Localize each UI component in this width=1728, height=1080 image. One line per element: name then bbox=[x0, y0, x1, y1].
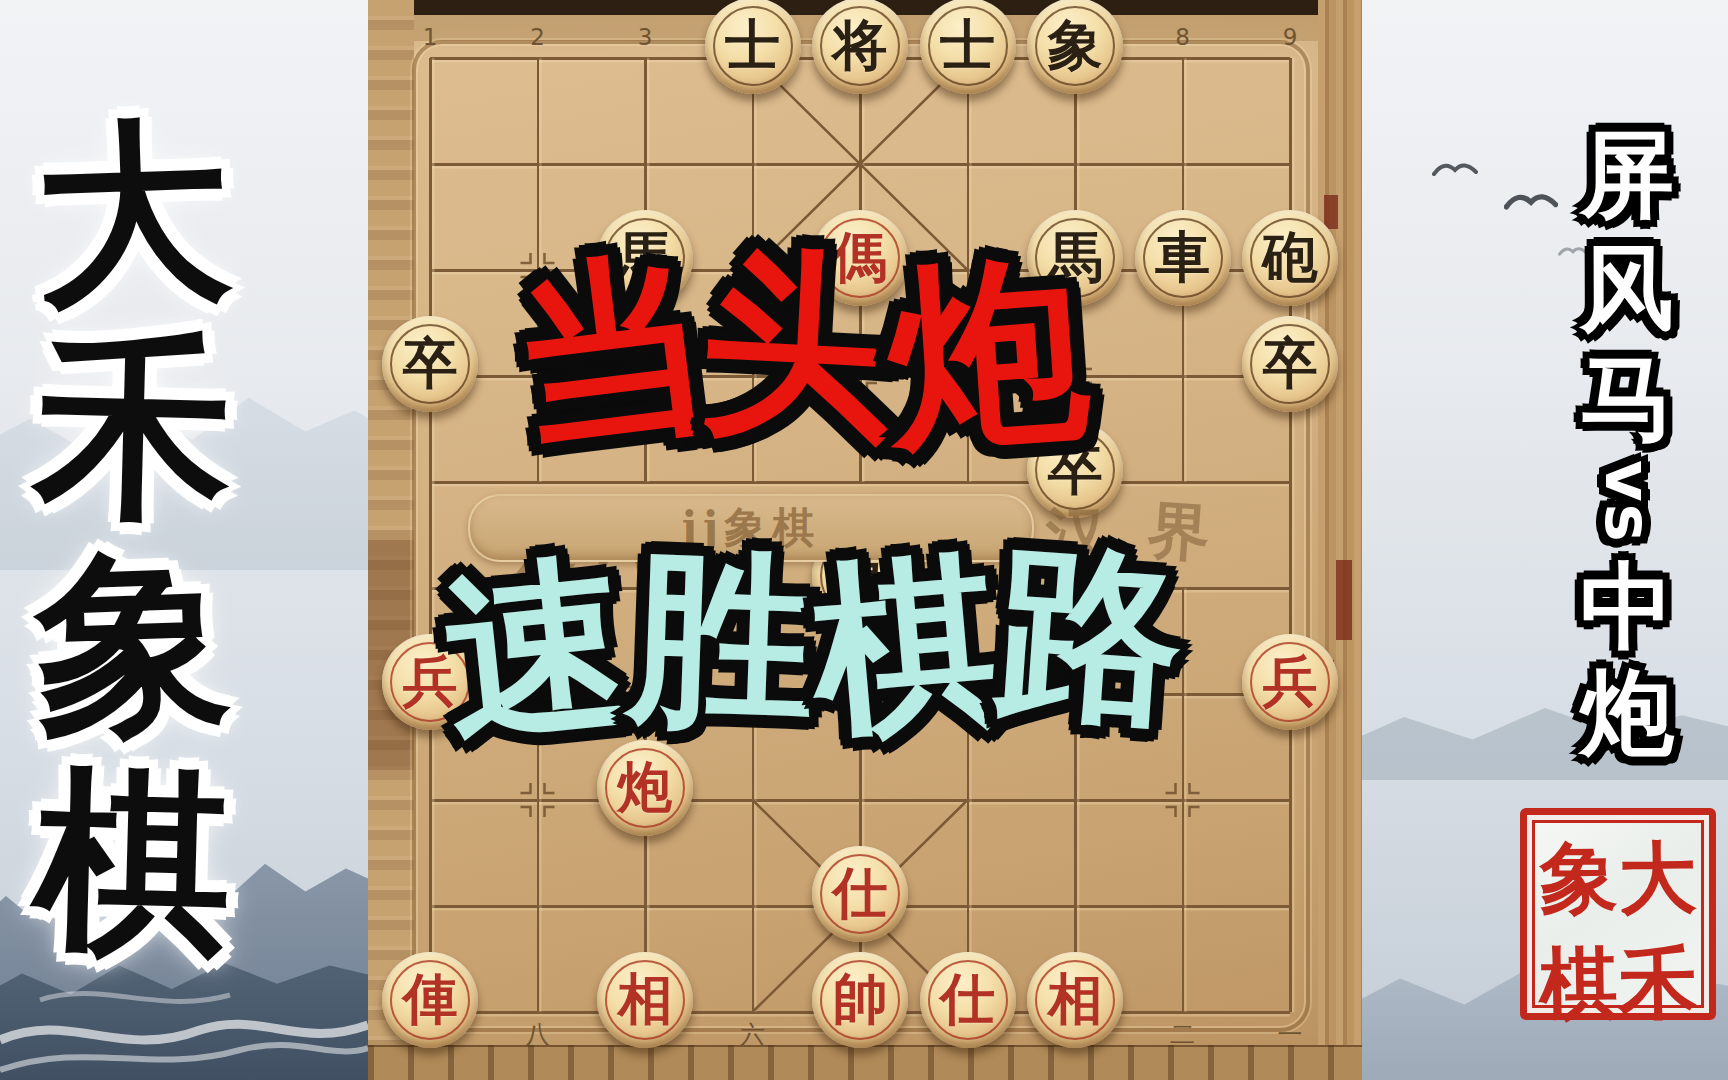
calligraphy-char: 大 bbox=[9, 104, 256, 322]
piece-black-将[interactable]: 将 bbox=[812, 0, 908, 94]
piece-character: 将 bbox=[812, 0, 908, 94]
piece-red-仕[interactable]: 仕 bbox=[812, 846, 908, 942]
piece-black-士[interactable]: 士 bbox=[705, 0, 801, 94]
piece-black-象[interactable]: 象 bbox=[1027, 0, 1123, 94]
piece-black-卒[interactable]: 卒 bbox=[382, 316, 478, 412]
piece-character: 士 bbox=[705, 0, 801, 94]
piece-character: 仕 bbox=[920, 952, 1016, 1048]
piece-red-俥[interactable]: 俥 bbox=[382, 952, 478, 1048]
piece-character: 俥 bbox=[382, 952, 478, 1048]
piece-character: 士 bbox=[920, 0, 1016, 94]
piece-character: 卒 bbox=[382, 316, 478, 412]
title-char-teal: 速 bbox=[427, 534, 648, 766]
title-char-red: 头 bbox=[695, 235, 906, 457]
piece-red-相[interactable]: 相 bbox=[1027, 952, 1123, 1048]
seal-char: 禾 bbox=[1617, 931, 1698, 1037]
title-char-teal: 棋 bbox=[797, 532, 1015, 761]
file-label-bottom: 八 bbox=[516, 1018, 560, 1051]
piece-character: 仕 bbox=[812, 846, 908, 942]
piece-character: 炮 bbox=[597, 740, 693, 836]
piece-red-帥[interactable]: 帥 bbox=[812, 952, 908, 1048]
piece-black-卒[interactable]: 卒 bbox=[1242, 316, 1338, 412]
subtitle-char: 中 bbox=[1528, 552, 1728, 662]
file-label-bottom: 一 bbox=[1268, 1018, 1312, 1051]
title-char-teal: 胜 bbox=[618, 531, 825, 750]
piece-character: 車 bbox=[1135, 210, 1231, 306]
thumbnail-stage: 大 禾 象 棋 123456789九八七六五四三二一士将士象馬傌馬車砲卒卒卒車兵… bbox=[0, 0, 1728, 1080]
piece-character: 帥 bbox=[812, 952, 908, 1048]
piece-red-炮[interactable]: 炮 bbox=[597, 740, 693, 836]
file-label-bottom: 六 bbox=[731, 1018, 775, 1051]
subtitle-char: 屏 bbox=[1528, 120, 1728, 230]
calligraphy-char: 棋 bbox=[10, 753, 255, 969]
seal-char: 棋 bbox=[1538, 931, 1619, 1037]
channel-seal-stamp: 象 大 棋 禾 bbox=[1520, 808, 1716, 1020]
piece-black-士[interactable]: 士 bbox=[920, 0, 1016, 94]
grid-line-v bbox=[1289, 58, 1292, 1012]
piece-character: 砲 bbox=[1242, 210, 1338, 306]
piece-character: 卒 bbox=[1242, 316, 1338, 412]
piece-red-仕[interactable]: 仕 bbox=[920, 952, 1016, 1048]
left-panel: 大 禾 象 棋 bbox=[0, 0, 368, 1080]
piece-character: 相 bbox=[1027, 952, 1123, 1048]
piece-red-相[interactable]: 相 bbox=[597, 952, 693, 1048]
file-number-top: 9 bbox=[1270, 24, 1310, 50]
file-label-bottom: 二 bbox=[1161, 1018, 1205, 1051]
calligraphy-char: 禾 bbox=[10, 319, 255, 535]
seal-char: 大 bbox=[1617, 826, 1698, 932]
file-number-top: 2 bbox=[518, 24, 558, 50]
right-panel: 屏 风 马 vs 中 炮 象 大 棋 禾 bbox=[1362, 0, 1728, 1080]
file-number-top: 1 bbox=[410, 24, 450, 50]
file-number-top: 8 bbox=[1163, 24, 1203, 50]
piece-character: 相 bbox=[597, 952, 693, 1048]
piece-character: 象 bbox=[1027, 0, 1123, 94]
calligraphy-char: 象 bbox=[9, 534, 256, 752]
subtitle-char: 风 bbox=[1528, 234, 1728, 344]
title-char-red: 炮 bbox=[881, 241, 1095, 466]
piece-red-兵[interactable]: 兵 bbox=[1242, 634, 1338, 730]
file-number-top: 3 bbox=[625, 24, 665, 50]
title-char-teal: 路 bbox=[983, 523, 1197, 748]
seal-char: 象 bbox=[1538, 826, 1619, 932]
piece-black-車[interactable]: 車 bbox=[1135, 210, 1231, 306]
piece-black-砲[interactable]: 砲 bbox=[1242, 210, 1338, 306]
subtitle-char: 炮 bbox=[1528, 658, 1728, 768]
bird-icon bbox=[1432, 158, 1478, 180]
piece-character: 兵 bbox=[1242, 634, 1338, 730]
grid-line-v bbox=[429, 58, 432, 1012]
title-char-red: 当 bbox=[500, 235, 724, 470]
